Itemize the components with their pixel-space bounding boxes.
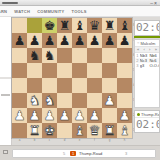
white-pawn[interactable]: ♟ <box>117 108 132 123</box>
black-move[interactable]: O-O-O <box>149 63 159 68</box>
square-a8[interactable] <box>12 18 27 33</box>
square-b8[interactable] <box>27 18 42 33</box>
square-h7[interactable]: ♟ <box>117 33 132 48</box>
square-a7[interactable]: ♟ <box>12 33 27 48</box>
square-d4[interactable] <box>57 78 72 93</box>
square-a1[interactable] <box>12 123 27 138</box>
square-e5[interactable] <box>72 63 87 78</box>
black-pawn[interactable]: ♟ <box>27 33 42 48</box>
square-d8[interactable]: ♜ <box>57 18 72 33</box>
black-rook[interactable]: ♜ <box>102 18 117 33</box>
square-c7[interactable]: ♟ <box>42 33 57 48</box>
square-h4[interactable] <box>117 78 132 93</box>
active-side-indicator <box>134 36 160 38</box>
square-e4[interactable] <box>72 78 87 93</box>
bottom-bar: 5 1 Thump-Road 3 <box>0 145 160 160</box>
black-queen[interactable]: ♛ <box>87 18 102 33</box>
square-f2[interactable]: ♟ <box>87 108 102 123</box>
square-h8[interactable]: ♝ <box>117 18 132 33</box>
square-b2[interactable]: ♟ <box>27 108 42 123</box>
black-pawn[interactable]: ♟ <box>102 33 117 48</box>
file-label-c: c <box>42 138 57 143</box>
white-pawn[interactable]: ♟ <box>102 93 117 108</box>
square-a2[interactable]: ♟ <box>12 108 27 123</box>
square-h5[interactable] <box>117 63 132 78</box>
sidebar-divider <box>0 77 11 79</box>
top-player-name[interactable]: Malcolm <box>140 41 155 46</box>
square-b1[interactable]: ♜ <box>27 123 42 138</box>
square-g5[interactable] <box>102 63 117 78</box>
square-e1[interactable]: ♝ <box>72 123 87 138</box>
square-b4[interactable] <box>27 78 42 93</box>
file-label-f: f <box>87 138 102 143</box>
bottom-clock-time: 02:00 <box>135 118 159 132</box>
square-f6[interactable] <box>87 48 102 63</box>
left-sidebar <box>0 17 12 145</box>
black-bishop[interactable]: ♝ <box>117 18 132 33</box>
white-pawn[interactable]: ♟ <box>72 108 87 123</box>
file-label-a: a <box>12 138 27 143</box>
square-g8[interactable]: ♜ <box>102 18 117 33</box>
black-pawn[interactable]: ♟ <box>72 33 87 48</box>
black-knight[interactable]: ♞ <box>42 48 57 63</box>
offline-circle-icon: ○ <box>137 40 139 46</box>
white-pawn[interactable]: ♟ <box>57 108 72 123</box>
square-a5[interactable] <box>12 63 27 78</box>
square-g6[interactable] <box>102 48 117 63</box>
white-knight[interactable]: ♞ <box>27 93 42 108</box>
square-c3[interactable]: ♞ <box>42 93 57 108</box>
square-h6[interactable] <box>117 48 132 63</box>
black-rook[interactable]: ♜ <box>57 18 72 33</box>
white-knight[interactable]: ♞ <box>42 93 57 108</box>
prev-move-icon[interactable]: ‹ <box>144 47 145 52</box>
square-f3[interactable] <box>87 93 102 108</box>
black-pawn[interactable]: ♟ <box>42 33 57 48</box>
white-queen[interactable]: ♛ <box>87 123 102 138</box>
game-tab[interactable]: Thump-Road <box>79 150 102 157</box>
square-g1[interactable]: ♜ <box>102 123 117 138</box>
black-bishop[interactable]: ♝ <box>72 18 87 33</box>
square-d7[interactable]: ♟ <box>57 33 72 48</box>
square-f4[interactable] <box>87 78 102 93</box>
square-b7[interactable]: ♟ <box>27 33 42 48</box>
bottom-player-panel: Thump-Road 02:00 <box>134 110 160 133</box>
black-king[interactable]: ♚ <box>42 18 57 33</box>
bottom-player-row[interactable]: Thump-Road <box>135 111 159 118</box>
square-e7[interactable]: ♟ <box>72 33 87 48</box>
white-pawn[interactable]: ♟ <box>42 108 57 123</box>
square-f1[interactable]: ♛ <box>87 123 102 138</box>
games-icon[interactable] <box>3 150 8 154</box>
next-move-icon[interactable]: › <box>149 47 150 52</box>
square-d1[interactable] <box>57 123 72 138</box>
game-info-panel: ○ Malcolm « ‹ › » 1Nb3Nb62Nc3Nc63g3O-O-O <box>134 39 160 108</box>
square-c4[interactable] <box>42 78 57 93</box>
menu-bar: LEARN WATCH COMMUNITY TOOLS <box>0 6 160 17</box>
white-pawn[interactable]: ♟ <box>12 108 27 123</box>
square-c1[interactable]: ♚ <box>42 123 57 138</box>
white-move[interactable]: g3 <box>140 63 150 68</box>
top-player-clock: 02:00 <box>134 20 160 36</box>
square-d5[interactable] <box>57 63 72 78</box>
square-e3[interactable] <box>72 93 87 108</box>
sidebar-text-fragment <box>1 94 10 96</box>
square-g2[interactable] <box>102 108 117 123</box>
white-rook[interactable]: ♜ <box>27 123 42 138</box>
move-nav: « ‹ › » <box>135 46 159 53</box>
black-pawn[interactable]: ♟ <box>117 33 132 48</box>
square-d2[interactable]: ♟ <box>57 108 72 123</box>
square-h2[interactable]: ♟ <box>117 108 132 123</box>
file-label-b: b <box>27 138 42 143</box>
square-c2[interactable]: ♟ <box>42 108 57 123</box>
square-f5[interactable] <box>87 63 102 78</box>
white-king[interactable]: ♚ <box>42 123 57 138</box>
square-c6[interactable]: ♞ <box>42 48 57 63</box>
square-a3[interactable] <box>12 93 27 108</box>
menu-item-watch[interactable]: WATCH <box>14 9 30 14</box>
top-clock-time: 02:00 <box>135 21 159 35</box>
white-pawn[interactable]: ♟ <box>87 108 102 123</box>
square-a6[interactable] <box>12 48 27 63</box>
square-b3[interactable]: ♞ <box>27 93 42 108</box>
move-row-3: 3g3O-O-O <box>135 63 159 68</box>
square-c5[interactable] <box>42 63 57 78</box>
menu-item-community[interactable]: COMMUNITY <box>37 9 64 14</box>
online-dot-icon <box>137 113 140 116</box>
square-e6[interactable] <box>72 48 87 63</box>
black-knight[interactable]: ♞ <box>27 48 42 63</box>
white-pawn[interactable]: ♟ <box>27 108 42 123</box>
window-title-text <box>2 2 18 4</box>
square-h3[interactable] <box>117 93 132 108</box>
black-pawn[interactable]: ♟ <box>87 33 102 48</box>
square-g3[interactable]: ♟ <box>102 93 117 108</box>
file-label-g: g <box>102 138 117 143</box>
file-coordinates: abcdefgh <box>12 138 132 143</box>
square-d3[interactable] <box>57 93 72 108</box>
white-rook[interactable]: ♜ <box>102 123 117 138</box>
file-label-h: h <box>117 138 132 143</box>
current-games-strip: 5 1 Thump-Road 3 <box>12 149 156 158</box>
menu-item-tools[interactable]: TOOLS <box>72 9 87 14</box>
white-bishop[interactable]: ♝ <box>117 123 132 138</box>
black-pawn[interactable]: ♟ <box>12 33 27 48</box>
move-list: 1Nb3Nb62Nc3Nc63g3O-O-O <box>135 53 159 68</box>
first-move-icon[interactable]: « <box>137 47 139 52</box>
square-a4[interactable] <box>12 78 27 93</box>
square-h1[interactable]: ♝ <box>117 123 132 138</box>
file-label-e: e <box>72 138 87 143</box>
square-b5[interactable] <box>27 63 42 78</box>
square-b6[interactable]: ♞ <box>27 48 42 63</box>
file-label-d: d <box>57 138 72 143</box>
secondary-count: 3 <box>125 150 127 157</box>
black-pawn[interactable]: ♟ <box>57 33 72 48</box>
menu-items: LEARN WATCH COMMUNITY TOOLS <box>0 6 87 16</box>
turn-notification-badge: 1 <box>70 151 76 156</box>
square-d6[interactable] <box>57 48 72 63</box>
last-move-icon[interactable]: » <box>155 47 157 52</box>
chess-board[interactable]: ♚♜♝♛♜♝♟♟♟♟♟♟♟♟♞♞♞♞♟♟♟♟♟♟♟♟♜♚♝♛♜♝ <box>12 18 132 138</box>
square-g4[interactable] <box>102 78 117 93</box>
menu-item-learn[interactable]: LEARN <box>0 9 7 14</box>
square-e2[interactable]: ♟ <box>72 108 87 123</box>
square-f7[interactable]: ♟ <box>87 33 102 48</box>
square-f8[interactable]: ♛ <box>87 18 102 33</box>
square-e8[interactable]: ♝ <box>72 18 87 33</box>
square-c8[interactable]: ♚ <box>42 18 57 33</box>
games-count: 5 <box>63 150 65 157</box>
square-g7[interactable]: ♟ <box>102 33 117 48</box>
bottom-player-name[interactable]: Thump-Road <box>141 112 159 117</box>
white-bishop[interactable]: ♝ <box>72 123 87 138</box>
